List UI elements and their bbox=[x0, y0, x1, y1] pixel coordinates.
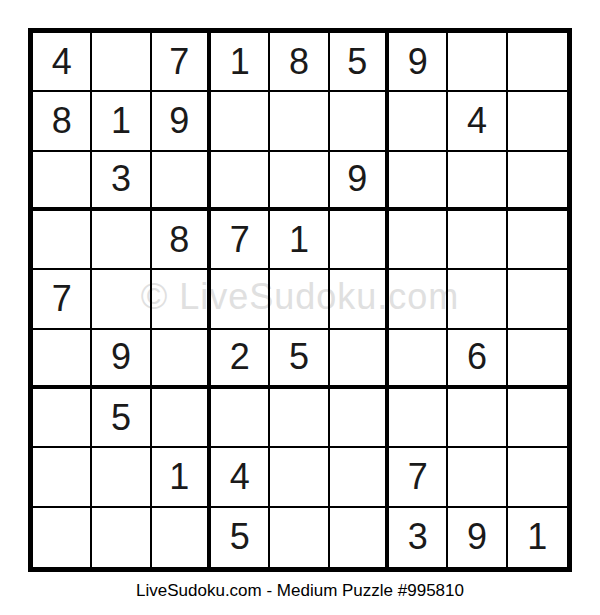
cell-r5c4[interactable] bbox=[211, 270, 270, 329]
cell-r6c4[interactable]: 2 bbox=[211, 330, 270, 389]
cell-r8c7[interactable]: 7 bbox=[389, 448, 448, 507]
cell-r3c9[interactable] bbox=[508, 152, 567, 211]
cell-r8c9[interactable] bbox=[508, 448, 567, 507]
sudoku-board: © LiveSudoku.com 47185981943987179256514… bbox=[28, 28, 572, 572]
cell-r7c3[interactable] bbox=[152, 389, 211, 448]
cell-r8c8[interactable] bbox=[448, 448, 507, 507]
cell-r5c1[interactable]: 7 bbox=[33, 270, 92, 329]
cell-r8c1[interactable] bbox=[33, 448, 92, 507]
cell-r2c5[interactable] bbox=[270, 92, 329, 151]
cell-r5c2[interactable] bbox=[92, 270, 151, 329]
cell-r8c3[interactable]: 1 bbox=[152, 448, 211, 507]
puzzle-caption: LiveSudoku.com - Medium Puzzle #995810 bbox=[0, 581, 600, 601]
cell-r8c2[interactable] bbox=[92, 448, 151, 507]
cell-r4c9[interactable] bbox=[508, 211, 567, 270]
cell-r1c8[interactable] bbox=[448, 33, 507, 92]
cell-r5c8[interactable] bbox=[448, 270, 507, 329]
cell-r5c7[interactable] bbox=[389, 270, 448, 329]
cell-r6c2[interactable]: 9 bbox=[92, 330, 151, 389]
cell-r5c9[interactable] bbox=[508, 270, 567, 329]
cell-r5c5[interactable] bbox=[270, 270, 329, 329]
cell-r7c4[interactable] bbox=[211, 389, 270, 448]
cell-r4c2[interactable] bbox=[92, 211, 151, 270]
cell-r6c7[interactable] bbox=[389, 330, 448, 389]
cell-r4c4[interactable]: 7 bbox=[211, 211, 270, 270]
cell-r4c3[interactable]: 8 bbox=[152, 211, 211, 270]
cell-r9c7[interactable]: 3 bbox=[389, 508, 448, 567]
cell-r4c6[interactable] bbox=[330, 211, 389, 270]
cell-r3c4[interactable] bbox=[211, 152, 270, 211]
cell-r7c6[interactable] bbox=[330, 389, 389, 448]
cell-r9c5[interactable] bbox=[270, 508, 329, 567]
cell-r3c3[interactable] bbox=[152, 152, 211, 211]
cell-r5c3[interactable] bbox=[152, 270, 211, 329]
cell-r7c8[interactable] bbox=[448, 389, 507, 448]
cell-r5c6[interactable] bbox=[330, 270, 389, 329]
cell-r6c5[interactable]: 5 bbox=[270, 330, 329, 389]
cell-r6c9[interactable] bbox=[508, 330, 567, 389]
cell-r9c6[interactable] bbox=[330, 508, 389, 567]
cell-r3c6[interactable]: 9 bbox=[330, 152, 389, 211]
cell-r9c1[interactable] bbox=[33, 508, 92, 567]
cell-r2c2[interactable]: 1 bbox=[92, 92, 151, 151]
cell-r1c3[interactable]: 7 bbox=[152, 33, 211, 92]
cell-r3c8[interactable] bbox=[448, 152, 507, 211]
cell-r1c7[interactable]: 9 bbox=[389, 33, 448, 92]
cell-r9c3[interactable] bbox=[152, 508, 211, 567]
cell-r2c4[interactable] bbox=[211, 92, 270, 151]
cell-r4c8[interactable] bbox=[448, 211, 507, 270]
cell-r2c1[interactable]: 8 bbox=[33, 92, 92, 151]
cell-r6c6[interactable] bbox=[330, 330, 389, 389]
cell-r1c2[interactable] bbox=[92, 33, 151, 92]
cell-r9c2[interactable] bbox=[92, 508, 151, 567]
cell-r7c9[interactable] bbox=[508, 389, 567, 448]
cell-r2c3[interactable]: 9 bbox=[152, 92, 211, 151]
cell-r4c1[interactable] bbox=[33, 211, 92, 270]
cell-r1c1[interactable]: 4 bbox=[33, 33, 92, 92]
cell-r1c9[interactable] bbox=[508, 33, 567, 92]
cell-r8c6[interactable] bbox=[330, 448, 389, 507]
cell-r7c1[interactable] bbox=[33, 389, 92, 448]
cell-r9c4[interactable]: 5 bbox=[211, 508, 270, 567]
cell-r7c7[interactable] bbox=[389, 389, 448, 448]
cell-r8c5[interactable] bbox=[270, 448, 329, 507]
cell-r3c5[interactable] bbox=[270, 152, 329, 211]
cell-r1c4[interactable]: 1 bbox=[211, 33, 270, 92]
cell-r4c7[interactable] bbox=[389, 211, 448, 270]
cell-r6c8[interactable]: 6 bbox=[448, 330, 507, 389]
cell-r3c1[interactable] bbox=[33, 152, 92, 211]
cell-r2c7[interactable] bbox=[389, 92, 448, 151]
cell-r9c8[interactable]: 9 bbox=[448, 508, 507, 567]
cell-r1c5[interactable]: 8 bbox=[270, 33, 329, 92]
cell-r2c9[interactable] bbox=[508, 92, 567, 151]
cell-r9c9[interactable]: 1 bbox=[508, 508, 567, 567]
cell-r7c5[interactable] bbox=[270, 389, 329, 448]
cell-r2c6[interactable] bbox=[330, 92, 389, 151]
cell-r6c1[interactable] bbox=[33, 330, 92, 389]
cell-r8c4[interactable]: 4 bbox=[211, 448, 270, 507]
cell-r4c5[interactable]: 1 bbox=[270, 211, 329, 270]
cell-r3c2[interactable]: 3 bbox=[92, 152, 151, 211]
sudoku-grid: 4718598194398717925651475391 bbox=[33, 33, 567, 567]
cell-r7c2[interactable]: 5 bbox=[92, 389, 151, 448]
cell-r2c8[interactable]: 4 bbox=[448, 92, 507, 151]
cell-r3c7[interactable] bbox=[389, 152, 448, 211]
cell-r1c6[interactable]: 5 bbox=[330, 33, 389, 92]
cell-r6c3[interactable] bbox=[152, 330, 211, 389]
